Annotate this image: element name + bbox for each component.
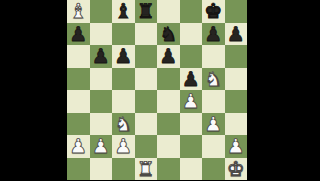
square-h2[interactable]: ♟ bbox=[225, 135, 248, 158]
square-h5[interactable] bbox=[225, 68, 248, 91]
square-d4[interactable] bbox=[135, 90, 158, 113]
black-knight[interactable]: ♞ bbox=[159, 23, 177, 46]
black-pawn[interactable]: ♟ bbox=[114, 45, 132, 68]
square-f5[interactable]: ♟ bbox=[180, 68, 203, 91]
square-g7[interactable]: ♟ bbox=[202, 23, 225, 46]
square-a2[interactable]: ♟ bbox=[67, 135, 90, 158]
square-g2[interactable] bbox=[202, 135, 225, 158]
white-pawn[interactable]: ♟ bbox=[182, 90, 200, 113]
square-d8[interactable]: ♜ bbox=[135, 0, 158, 23]
square-b8[interactable] bbox=[90, 0, 113, 23]
square-f4[interactable]: ♟ bbox=[180, 90, 203, 113]
square-a3[interactable] bbox=[67, 113, 90, 136]
square-g1[interactable] bbox=[202, 158, 225, 181]
square-b1[interactable] bbox=[90, 158, 113, 181]
square-g4[interactable] bbox=[202, 90, 225, 113]
square-f8[interactable] bbox=[180, 0, 203, 23]
square-f1[interactable] bbox=[180, 158, 203, 181]
white-pawn[interactable]: ♟ bbox=[204, 113, 222, 136]
white-bishop[interactable]: ♝ bbox=[69, 0, 87, 23]
square-c1[interactable] bbox=[112, 158, 135, 181]
square-b2[interactable]: ♟ bbox=[90, 135, 113, 158]
square-a1[interactable] bbox=[67, 158, 90, 181]
square-e6[interactable]: ♟ bbox=[157, 45, 180, 68]
square-b7[interactable] bbox=[90, 23, 113, 46]
black-pawn[interactable]: ♟ bbox=[159, 45, 177, 68]
square-c2[interactable]: ♟ bbox=[112, 135, 135, 158]
square-b5[interactable] bbox=[90, 68, 113, 91]
square-b4[interactable] bbox=[90, 90, 113, 113]
square-d6[interactable] bbox=[135, 45, 158, 68]
square-d5[interactable] bbox=[135, 68, 158, 91]
white-pawn[interactable]: ♟ bbox=[114, 135, 132, 158]
square-h3[interactable] bbox=[225, 113, 248, 136]
black-pawn[interactable]: ♟ bbox=[92, 45, 110, 68]
white-pawn[interactable]: ♟ bbox=[227, 135, 245, 158]
white-knight[interactable]: ♞ bbox=[114, 113, 132, 136]
square-c7[interactable] bbox=[112, 23, 135, 46]
square-g6[interactable] bbox=[202, 45, 225, 68]
square-a5[interactable] bbox=[67, 68, 90, 91]
square-g3[interactable]: ♟ bbox=[202, 113, 225, 136]
square-f3[interactable] bbox=[180, 113, 203, 136]
square-c6[interactable]: ♟ bbox=[112, 45, 135, 68]
white-knight[interactable]: ♞ bbox=[204, 68, 222, 91]
black-king[interactable]: ♚ bbox=[204, 0, 222, 23]
black-pawn[interactable]: ♟ bbox=[182, 68, 200, 91]
square-f2[interactable] bbox=[180, 135, 203, 158]
square-a4[interactable] bbox=[67, 90, 90, 113]
square-g8[interactable]: ♚ bbox=[202, 0, 225, 23]
square-a6[interactable] bbox=[67, 45, 90, 68]
black-pawn[interactable]: ♟ bbox=[204, 23, 222, 46]
square-f6[interactable] bbox=[180, 45, 203, 68]
square-a7[interactable]: ♟ bbox=[67, 23, 90, 46]
square-e4[interactable] bbox=[157, 90, 180, 113]
square-d1[interactable]: ♜ bbox=[135, 158, 158, 181]
black-pawn[interactable]: ♟ bbox=[227, 23, 245, 46]
square-h8[interactable] bbox=[225, 0, 248, 23]
square-c5[interactable] bbox=[112, 68, 135, 91]
white-pawn[interactable]: ♟ bbox=[69, 135, 87, 158]
square-h4[interactable] bbox=[225, 90, 248, 113]
square-g5[interactable]: ♞ bbox=[202, 68, 225, 91]
letterbox-left bbox=[0, 0, 67, 180]
app-window: ♝♝♜♚♟♞♟♟♟♟♟♟♞♟♞♟♟♟♟♟♜♚ bbox=[0, 0, 320, 180]
square-a8[interactable]: ♝ bbox=[67, 0, 90, 23]
square-b3[interactable] bbox=[90, 113, 113, 136]
black-pawn[interactable]: ♟ bbox=[69, 23, 87, 46]
square-e2[interactable] bbox=[157, 135, 180, 158]
square-d2[interactable] bbox=[135, 135, 158, 158]
square-c8[interactable]: ♝ bbox=[112, 0, 135, 23]
white-rook[interactable]: ♜ bbox=[137, 158, 155, 181]
square-c4[interactable] bbox=[112, 90, 135, 113]
white-king[interactable]: ♚ bbox=[227, 158, 245, 181]
square-h1[interactable]: ♚ bbox=[225, 158, 248, 181]
square-b6[interactable]: ♟ bbox=[90, 45, 113, 68]
letterbox-right bbox=[247, 0, 320, 180]
square-e8[interactable] bbox=[157, 0, 180, 23]
square-d3[interactable] bbox=[135, 113, 158, 136]
chess-board: ♝♝♜♚♟♞♟♟♟♟♟♟♞♟♞♟♟♟♟♟♜♚ bbox=[67, 0, 247, 180]
square-h7[interactable]: ♟ bbox=[225, 23, 248, 46]
square-e5[interactable] bbox=[157, 68, 180, 91]
square-e1[interactable] bbox=[157, 158, 180, 181]
white-pawn[interactable]: ♟ bbox=[92, 135, 110, 158]
square-e7[interactable]: ♞ bbox=[157, 23, 180, 46]
square-d7[interactable] bbox=[135, 23, 158, 46]
black-bishop[interactable]: ♝ bbox=[114, 0, 132, 23]
square-c3[interactable]: ♞ bbox=[112, 113, 135, 136]
square-e3[interactable] bbox=[157, 113, 180, 136]
square-f7[interactable] bbox=[180, 23, 203, 46]
square-h6[interactable] bbox=[225, 45, 248, 68]
black-rook[interactable]: ♜ bbox=[137, 0, 155, 23]
